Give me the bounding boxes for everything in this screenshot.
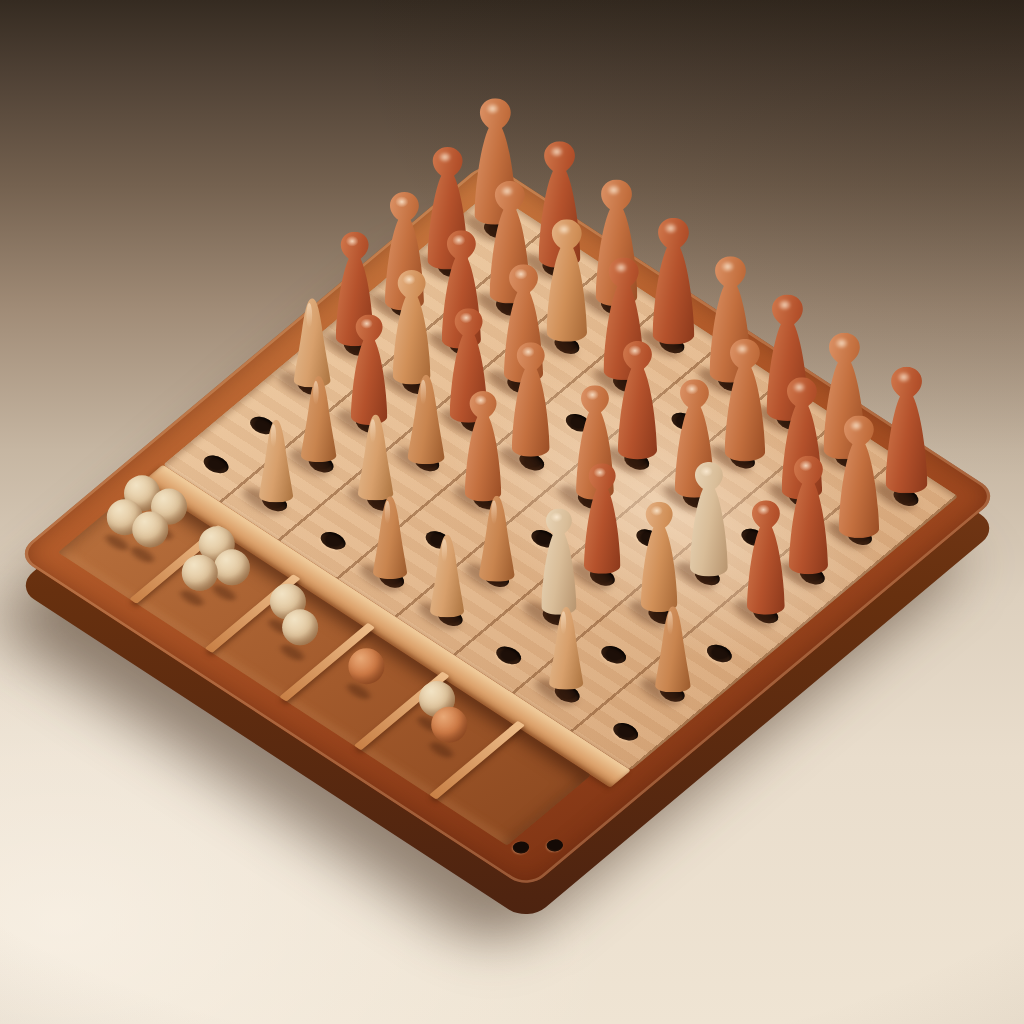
peg-hole[interactable] [702,641,736,666]
ball-shadow [102,532,132,553]
frame-corner-hole [543,837,566,854]
game-board [15,160,1000,890]
wooden-ball-orange[interactable] [348,648,384,684]
peg-hole[interactable] [596,642,630,667]
peg-pawn-dark[interactable] [647,215,700,345]
wooden-ball-cream[interactable] [282,609,318,645]
ball-shadow [209,582,239,603]
peg-pawn-dark[interactable] [880,364,933,494]
peg-hole[interactable] [198,452,232,477]
wooden-ball-cream[interactable] [214,550,250,586]
ball-shadow [128,544,158,565]
ball-shadow [177,588,207,609]
peg-hole[interactable] [491,643,525,668]
frame-corner-hole [509,839,532,856]
peg-pawn-medium[interactable] [590,177,643,307]
ball-shadow [427,740,457,761]
wooden-ball-orange[interactable] [431,707,467,743]
peg-hole[interactable] [608,719,642,744]
peg-pawn-dark[interactable] [533,139,586,269]
peg-hole[interactable] [315,528,349,553]
wooden-ball-cream[interactable] [132,511,168,547]
scene [0,0,1024,1024]
ball-shadow [344,681,374,702]
